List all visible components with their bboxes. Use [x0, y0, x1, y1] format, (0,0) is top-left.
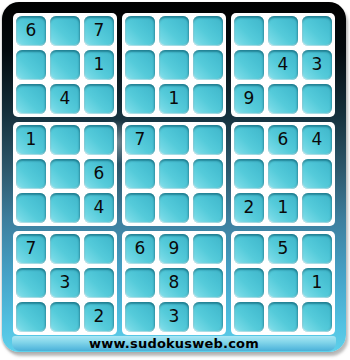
cell-r1c7[interactable]	[234, 16, 264, 46]
cell-r3c1[interactable]	[16, 84, 46, 114]
cell-r1c8[interactable]	[268, 16, 298, 46]
cell-r5c5[interactable]	[159, 159, 189, 189]
cell-r6c6[interactable]	[193, 193, 223, 223]
cell-r4c7[interactable]	[234, 125, 264, 155]
cell-r3c2[interactable]: 4	[50, 84, 80, 114]
cell-r1c6[interactable]	[193, 16, 223, 46]
cell-r6c9[interactable]	[302, 193, 332, 223]
box-2-1: 164	[13, 122, 117, 226]
cell-r1c3[interactable]: 7	[84, 16, 114, 46]
box-1-2: 1	[122, 13, 226, 117]
cell-r1c1[interactable]: 6	[16, 16, 46, 46]
cell-r9c1[interactable]	[16, 302, 46, 332]
cell-r9c5[interactable]: 3	[159, 302, 189, 332]
box-3-3: 51	[231, 231, 335, 335]
cell-r5c2[interactable]	[50, 159, 80, 189]
cell-r7c1[interactable]: 7	[16, 234, 46, 264]
cell-r9c9[interactable]	[302, 302, 332, 332]
cell-r9c7[interactable]	[234, 302, 264, 332]
cell-r7c9[interactable]	[302, 234, 332, 264]
cell-r4c2[interactable]	[50, 125, 80, 155]
cell-r4c9[interactable]: 4	[302, 125, 332, 155]
footer-banner: www.sudokusweb.com	[12, 336, 336, 351]
sudoku-board: 6714143916476421732698351 www.sudokusweb…	[2, 2, 346, 352]
cell-r4c1[interactable]: 1	[16, 125, 46, 155]
cell-r8c9[interactable]: 1	[302, 268, 332, 298]
cell-r3c9[interactable]	[302, 84, 332, 114]
cell-r1c5[interactable]	[159, 16, 189, 46]
cell-r7c6[interactable]	[193, 234, 223, 264]
sudoku-grid: 6714143916476421732698351	[13, 13, 335, 335]
cell-r5c8[interactable]	[268, 159, 298, 189]
cell-r2c8[interactable]: 4	[268, 50, 298, 80]
cell-r2c4[interactable]	[125, 50, 155, 80]
sudoku-app: 6714143916476421732698351 www.sudokusweb…	[0, 0, 350, 360]
cell-r8c7[interactable]	[234, 268, 264, 298]
cell-r5c6[interactable]	[193, 159, 223, 189]
cell-r8c5[interactable]: 8	[159, 268, 189, 298]
cell-r2c1[interactable]	[16, 50, 46, 80]
cell-r5c4[interactable]	[125, 159, 155, 189]
cell-r5c9[interactable]	[302, 159, 332, 189]
box-3-1: 732	[13, 231, 117, 335]
cell-r6c2[interactable]	[50, 193, 80, 223]
cell-r3c3[interactable]	[84, 84, 114, 114]
box-2-3: 6421	[231, 122, 335, 226]
cell-r7c5[interactable]: 9	[159, 234, 189, 264]
cell-r7c2[interactable]	[50, 234, 80, 264]
cell-r4c8[interactable]: 6	[268, 125, 298, 155]
cell-r3c6[interactable]	[193, 84, 223, 114]
cell-r9c4[interactable]	[125, 302, 155, 332]
cell-r6c8[interactable]: 1	[268, 193, 298, 223]
cell-r2c7[interactable]	[234, 50, 264, 80]
cell-r3c5[interactable]: 1	[159, 84, 189, 114]
cell-r8c4[interactable]	[125, 268, 155, 298]
cell-r6c1[interactable]	[16, 193, 46, 223]
cell-r5c3[interactable]: 6	[84, 159, 114, 189]
cell-r1c4[interactable]	[125, 16, 155, 46]
cell-r3c8[interactable]	[268, 84, 298, 114]
cell-r9c2[interactable]	[50, 302, 80, 332]
cell-r6c5[interactable]	[159, 193, 189, 223]
cell-r5c1[interactable]	[16, 159, 46, 189]
cell-r6c3[interactable]: 4	[84, 193, 114, 223]
cell-r4c5[interactable]	[159, 125, 189, 155]
cell-r1c9[interactable]	[302, 16, 332, 46]
cell-r6c7[interactable]: 2	[234, 193, 264, 223]
cell-r4c3[interactable]	[84, 125, 114, 155]
box-1-1: 6714	[13, 13, 117, 117]
cell-r8c1[interactable]	[16, 268, 46, 298]
cell-r2c5[interactable]	[159, 50, 189, 80]
cell-r2c2[interactable]	[50, 50, 80, 80]
cell-r7c8[interactable]: 5	[268, 234, 298, 264]
cell-r4c4[interactable]: 7	[125, 125, 155, 155]
cell-r6c4[interactable]	[125, 193, 155, 223]
website-url: www.sudokusweb.com	[89, 336, 259, 351]
cell-r7c3[interactable]	[84, 234, 114, 264]
cell-r9c3[interactable]: 2	[84, 302, 114, 332]
cell-r9c8[interactable]	[268, 302, 298, 332]
cell-r8c2[interactable]: 3	[50, 268, 80, 298]
cell-r3c4[interactable]	[125, 84, 155, 114]
cell-r8c6[interactable]	[193, 268, 223, 298]
cell-r4c6[interactable]	[193, 125, 223, 155]
cell-r2c3[interactable]: 1	[84, 50, 114, 80]
cell-r7c7[interactable]	[234, 234, 264, 264]
cell-r5c7[interactable]	[234, 159, 264, 189]
cell-r3c7[interactable]: 9	[234, 84, 264, 114]
cell-r8c8[interactable]	[268, 268, 298, 298]
cell-r7c4[interactable]: 6	[125, 234, 155, 264]
box-2-2: 7	[122, 122, 226, 226]
box-3-2: 6983	[122, 231, 226, 335]
cell-r2c6[interactable]	[193, 50, 223, 80]
cell-r9c6[interactable]	[193, 302, 223, 332]
box-1-3: 439	[231, 13, 335, 117]
cell-r8c3[interactable]	[84, 268, 114, 298]
cell-r2c9[interactable]: 3	[302, 50, 332, 80]
cell-r1c2[interactable]	[50, 16, 80, 46]
